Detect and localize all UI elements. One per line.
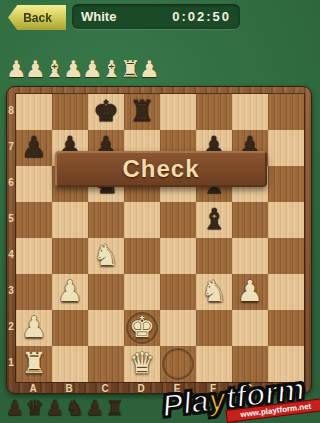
rank-label-3: 3 xyxy=(7,273,15,309)
square-a2[interactable]: ♟ xyxy=(16,310,52,346)
square-b3[interactable]: ♟ xyxy=(52,274,88,310)
square-e8[interactable] xyxy=(160,94,196,130)
white-pawn[interactable]: ♟ xyxy=(16,310,52,346)
captured-pawn: ♟ xyxy=(5,394,25,422)
square-h8[interactable] xyxy=(268,94,304,130)
captured-bishop: ♝ xyxy=(101,55,120,83)
square-h3[interactable] xyxy=(268,274,304,310)
rank-labels: 87654321 xyxy=(7,93,15,381)
captured-pawn: ♟ xyxy=(6,55,25,83)
captured-rook: ♜ xyxy=(120,55,139,83)
captured-white-tray: ♟♟♝♟♟♝♜♟ xyxy=(6,55,158,83)
chess-app-screen: Back White 0:02:50 ♟♟♝♟♟♝♜♟ 87654321 ♚♜♟… xyxy=(0,0,320,423)
white-knight[interactable]: ♞ xyxy=(88,238,124,274)
rank-label-2: 2 xyxy=(7,309,15,345)
square-g5[interactable] xyxy=(232,202,268,238)
square-c4[interactable]: ♞ xyxy=(88,238,124,274)
clock-display: 0:02:50 xyxy=(172,9,231,24)
square-d1[interactable]: ♛ xyxy=(124,346,160,382)
square-c2[interactable] xyxy=(88,310,124,346)
square-f8[interactable] xyxy=(196,94,232,130)
board-frame: 87654321 ♚♜♟♟♟♟♟♞♝♝♞♟♞♟♟♚♜♛ ABCDEFGH xyxy=(6,86,312,394)
square-f3[interactable]: ♞ xyxy=(196,274,232,310)
check-banner: Check xyxy=(55,151,267,187)
square-a4[interactable] xyxy=(16,238,52,274)
square-b2[interactable] xyxy=(52,310,88,346)
rank-label-8: 8 xyxy=(7,93,15,129)
square-b4[interactable] xyxy=(52,238,88,274)
square-d2[interactable]: ♚ xyxy=(124,310,160,346)
square-a6[interactable] xyxy=(16,166,52,202)
square-f1[interactable] xyxy=(196,346,232,382)
square-h6[interactable] xyxy=(268,166,304,202)
square-d8[interactable]: ♜ xyxy=(124,94,160,130)
square-e4[interactable] xyxy=(160,238,196,274)
black-pawn[interactable]: ♟ xyxy=(16,130,52,166)
white-pawn[interactable]: ♟ xyxy=(52,274,88,310)
rank-label-7: 7 xyxy=(7,129,15,165)
square-f5[interactable]: ♝ xyxy=(196,202,232,238)
brand-pre: Pla xyxy=(160,383,210,423)
captured-queen: ♛ xyxy=(25,394,45,422)
captured-pawn: ♟ xyxy=(45,394,65,422)
highlight-ring-e1 xyxy=(162,348,194,380)
square-a3[interactable] xyxy=(16,274,52,310)
square-b5[interactable] xyxy=(52,202,88,238)
white-queen[interactable]: ♛ xyxy=(124,346,160,382)
file-label-a: A xyxy=(15,383,51,394)
white-knight[interactable]: ♞ xyxy=(196,274,232,310)
square-g3[interactable]: ♟ xyxy=(232,274,268,310)
square-h5[interactable] xyxy=(268,202,304,238)
white-rook[interactable]: ♜ xyxy=(16,346,52,382)
square-c3[interactable] xyxy=(88,274,124,310)
board-grid: ♚♜♟♟♟♟♟♞♝♝♞♟♞♟♟♚♜♛ xyxy=(15,93,305,383)
white-king[interactable]: ♚ xyxy=(124,310,160,346)
square-h7[interactable] xyxy=(268,130,304,166)
square-d5[interactable] xyxy=(124,202,160,238)
captured-pawn: ♟ xyxy=(85,394,105,422)
file-label-b: B xyxy=(51,383,87,394)
square-a8[interactable] xyxy=(16,94,52,130)
square-a7[interactable]: ♟ xyxy=(16,130,52,166)
captured-rook: ♜ xyxy=(105,394,125,422)
square-d3[interactable] xyxy=(124,274,160,310)
black-bishop[interactable]: ♝ xyxy=(196,202,232,238)
square-e2[interactable] xyxy=(160,310,196,346)
rank-label-6: 6 xyxy=(7,165,15,201)
rank-label-1: 1 xyxy=(7,345,15,381)
square-g8[interactable] xyxy=(232,94,268,130)
captured-knight: ♞ xyxy=(65,394,85,422)
file-label-d: D xyxy=(123,383,159,394)
captured-pawn: ♟ xyxy=(139,55,158,83)
square-e3[interactable] xyxy=(160,274,196,310)
square-f4[interactable] xyxy=(196,238,232,274)
captured-black-tray: ♟♛♟♞♟♜ xyxy=(5,394,125,422)
white-pawn[interactable]: ♟ xyxy=(232,274,268,310)
square-h2[interactable] xyxy=(268,310,304,346)
black-king[interactable]: ♚ xyxy=(88,94,124,130)
file-label-c: C xyxy=(87,383,123,394)
turn-clock-panel: White 0:02:50 xyxy=(72,4,240,29)
captured-pawn: ♟ xyxy=(63,55,82,83)
captured-bishop: ♝ xyxy=(44,55,63,83)
square-c5[interactable] xyxy=(88,202,124,238)
square-g2[interactable] xyxy=(232,310,268,346)
square-c1[interactable] xyxy=(88,346,124,382)
square-a5[interactable] xyxy=(16,202,52,238)
square-d4[interactable] xyxy=(124,238,160,274)
square-g4[interactable] xyxy=(232,238,268,274)
black-rook[interactable]: ♜ xyxy=(124,94,160,130)
back-button[interactable]: Back xyxy=(8,5,66,30)
captured-pawn: ♟ xyxy=(82,55,101,83)
square-e1[interactable] xyxy=(160,346,196,382)
square-e5[interactable] xyxy=(160,202,196,238)
captured-pawn: ♟ xyxy=(25,55,44,83)
rank-label-5: 5 xyxy=(7,201,15,237)
turn-label: White xyxy=(81,9,116,24)
square-a1[interactable]: ♜ xyxy=(16,346,52,382)
square-c8[interactable]: ♚ xyxy=(88,94,124,130)
square-f2[interactable] xyxy=(196,310,232,346)
square-h4[interactable] xyxy=(268,238,304,274)
rank-label-4: 4 xyxy=(7,237,15,273)
square-b8[interactable] xyxy=(52,94,88,130)
check-banner-text: Check xyxy=(122,155,199,183)
square-b1[interactable] xyxy=(52,346,88,382)
